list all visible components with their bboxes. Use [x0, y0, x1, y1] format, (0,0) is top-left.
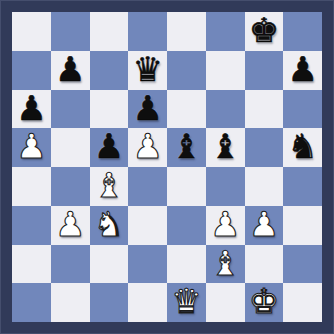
- square-g3[interactable]: ♟: [245, 206, 284, 245]
- piece-black-pawn[interactable]: ♟: [94, 128, 124, 166]
- piece-white-pawn[interactable]: ♟: [16, 128, 46, 166]
- piece-black-queen[interactable]: ♛: [132, 51, 162, 89]
- square-b1[interactable]: [51, 283, 90, 322]
- piece-black-king[interactable]: ♚: [249, 12, 279, 50]
- square-h5[interactable]: ♞: [283, 128, 322, 167]
- square-g7[interactable]: [245, 51, 284, 90]
- square-f7[interactable]: [206, 51, 245, 90]
- square-a4[interactable]: [12, 167, 51, 206]
- square-h6[interactable]: [283, 90, 322, 129]
- square-h8[interactable]: [283, 12, 322, 51]
- square-a6[interactable]: ♟: [12, 90, 51, 129]
- square-a2[interactable]: [12, 245, 51, 284]
- square-h7[interactable]: ♟: [283, 51, 322, 90]
- square-c4[interactable]: ♝: [90, 167, 129, 206]
- piece-white-bishop[interactable]: ♝: [94, 167, 124, 205]
- square-e5[interactable]: ♝: [167, 128, 206, 167]
- square-a7[interactable]: [12, 51, 51, 90]
- square-d8[interactable]: [128, 12, 167, 51]
- square-d5[interactable]: ♟: [128, 128, 167, 167]
- square-b4[interactable]: [51, 167, 90, 206]
- square-h3[interactable]: [283, 206, 322, 245]
- square-c8[interactable]: [90, 12, 129, 51]
- chess-board: ♚♟♛♟♟♟♟♟♟♝♝♞♝♟♞♟♟♝♛♚: [12, 12, 322, 322]
- square-b3[interactable]: ♟: [51, 206, 90, 245]
- square-c1[interactable]: [90, 283, 129, 322]
- square-d7[interactable]: ♛: [128, 51, 167, 90]
- square-f3[interactable]: ♟: [206, 206, 245, 245]
- square-a8[interactable]: [12, 12, 51, 51]
- piece-white-pawn[interactable]: ♟: [55, 206, 85, 244]
- chess-board-frame: ♚♟♛♟♟♟♟♟♟♝♝♞♝♟♞♟♟♝♛♚: [0, 0, 334, 334]
- piece-white-knight[interactable]: ♞: [94, 206, 124, 244]
- square-c7[interactable]: [90, 51, 129, 90]
- piece-white-bishop[interactable]: ♝: [210, 245, 240, 283]
- square-f4[interactable]: [206, 167, 245, 206]
- piece-white-queen[interactable]: ♛: [171, 283, 201, 321]
- square-a5[interactable]: ♟: [12, 128, 51, 167]
- square-b8[interactable]: [51, 12, 90, 51]
- piece-black-bishop[interactable]: ♝: [171, 128, 201, 166]
- square-g4[interactable]: [245, 167, 284, 206]
- square-f8[interactable]: [206, 12, 245, 51]
- square-e4[interactable]: [167, 167, 206, 206]
- piece-black-pawn[interactable]: ♟: [132, 90, 162, 128]
- square-c3[interactable]: ♞: [90, 206, 129, 245]
- piece-white-pawn[interactable]: ♟: [249, 206, 279, 244]
- square-e2[interactable]: [167, 245, 206, 284]
- square-h4[interactable]: [283, 167, 322, 206]
- square-b2[interactable]: [51, 245, 90, 284]
- square-d2[interactable]: [128, 245, 167, 284]
- square-d3[interactable]: [128, 206, 167, 245]
- square-f6[interactable]: [206, 90, 245, 129]
- square-h1[interactable]: [283, 283, 322, 322]
- square-g8[interactable]: ♚: [245, 12, 284, 51]
- square-c5[interactable]: ♟: [90, 128, 129, 167]
- piece-white-pawn[interactable]: ♟: [210, 206, 240, 244]
- square-d6[interactable]: ♟: [128, 90, 167, 129]
- square-b5[interactable]: [51, 128, 90, 167]
- square-g6[interactable]: [245, 90, 284, 129]
- square-a3[interactable]: [12, 206, 51, 245]
- piece-black-bishop[interactable]: ♝: [210, 128, 240, 166]
- square-f5[interactable]: ♝: [206, 128, 245, 167]
- square-f1[interactable]: [206, 283, 245, 322]
- square-c6[interactable]: [90, 90, 129, 129]
- square-a1[interactable]: [12, 283, 51, 322]
- square-d4[interactable]: [128, 167, 167, 206]
- piece-black-knight[interactable]: ♞: [287, 128, 317, 166]
- square-g2[interactable]: [245, 245, 284, 284]
- square-d1[interactable]: [128, 283, 167, 322]
- square-b6[interactable]: [51, 90, 90, 129]
- square-f2[interactable]: ♝: [206, 245, 245, 284]
- square-e6[interactable]: [167, 90, 206, 129]
- piece-black-pawn[interactable]: ♟: [16, 90, 46, 128]
- square-g5[interactable]: [245, 128, 284, 167]
- square-g1[interactable]: ♚: [245, 283, 284, 322]
- square-e3[interactable]: [167, 206, 206, 245]
- piece-black-pawn[interactable]: ♟: [55, 51, 85, 89]
- square-e8[interactable]: [167, 12, 206, 51]
- square-c2[interactable]: [90, 245, 129, 284]
- square-e7[interactable]: [167, 51, 206, 90]
- square-h2[interactable]: [283, 245, 322, 284]
- piece-white-pawn[interactable]: ♟: [132, 128, 162, 166]
- piece-white-king[interactable]: ♚: [249, 283, 279, 321]
- piece-black-pawn[interactable]: ♟: [287, 51, 317, 89]
- square-b7[interactable]: ♟: [51, 51, 90, 90]
- square-e1[interactable]: ♛: [167, 283, 206, 322]
